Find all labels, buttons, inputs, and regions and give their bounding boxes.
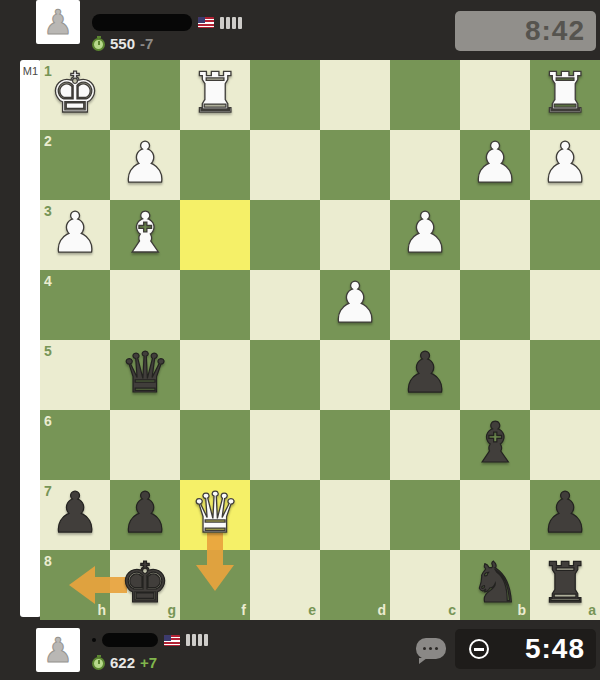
- square-e1[interactable]: [250, 60, 320, 130]
- square-h4[interactable]: 4: [40, 270, 110, 340]
- square-c2[interactable]: [390, 130, 460, 200]
- top-player-clock: 8:42: [455, 11, 596, 51]
- top-player-bar: ♟ 550 -7 8:42: [0, 0, 600, 60]
- piece-white-king[interactable]: ♚: [40, 60, 110, 130]
- piece-black-pawn[interactable]: ♟: [530, 480, 600, 550]
- file-label-c: c: [448, 603, 456, 617]
- bottom-player-clock: 5:48: [455, 629, 596, 669]
- square-e6[interactable]: [250, 410, 320, 480]
- square-a2[interactable]: ♟: [530, 130, 600, 200]
- square-e7[interactable]: [250, 480, 320, 550]
- piece-white-pawn[interactable]: ♟: [460, 130, 530, 200]
- top-player-rating-change: -7: [140, 35, 153, 52]
- square-g8[interactable]: g♚: [110, 550, 180, 620]
- square-e2[interactable]: [250, 130, 320, 200]
- square-h7[interactable]: 7♟: [40, 480, 110, 550]
- piece-white-pawn[interactable]: ♟: [530, 130, 600, 200]
- piece-white-bishop[interactable]: ♝: [110, 200, 180, 270]
- bottom-player-rating: 622: [110, 654, 135, 671]
- square-h1[interactable]: 1♚: [40, 60, 110, 130]
- chat-icon[interactable]: [416, 638, 446, 659]
- square-b7[interactable]: [460, 480, 530, 550]
- piece-white-pawn[interactable]: ♟: [320, 270, 390, 340]
- square-h2[interactable]: 2: [40, 130, 110, 200]
- square-d4[interactable]: ♟: [320, 270, 390, 340]
- square-d3[interactable]: [320, 200, 390, 270]
- pawn-avatar-icon: ♟: [43, 0, 73, 44]
- square-f3[interactable]: [180, 200, 250, 270]
- move-list-strip[interactable]: M1: [20, 60, 41, 617]
- square-d2[interactable]: [320, 130, 390, 200]
- file-label-e: e: [308, 603, 316, 617]
- square-f4[interactable]: [180, 270, 250, 340]
- top-player-name-redacted: [92, 14, 192, 31]
- square-b6[interactable]: ♝: [460, 410, 530, 480]
- top-player-rating: 550: [110, 35, 135, 52]
- rank-label-4: 4: [44, 274, 52, 288]
- square-g3[interactable]: ♝: [110, 200, 180, 270]
- square-c1[interactable]: [390, 60, 460, 130]
- file-label-d: d: [377, 603, 386, 617]
- square-c8[interactable]: c: [390, 550, 460, 620]
- square-d8[interactable]: d: [320, 550, 390, 620]
- bottom-player-name-redacted: [102, 633, 158, 647]
- square-a6[interactable]: [530, 410, 600, 480]
- square-c4[interactable]: [390, 270, 460, 340]
- square-f7[interactable]: ♛: [180, 480, 250, 550]
- bottom-player-rating-change: +7: [140, 654, 157, 671]
- square-c5[interactable]: ♟: [390, 340, 460, 410]
- piece-white-queen[interactable]: ♛: [180, 480, 250, 550]
- piece-black-queen[interactable]: ♛: [110, 340, 180, 410]
- connection-bars-icon: [186, 634, 208, 646]
- square-a5[interactable]: [530, 340, 600, 410]
- square-a3[interactable]: [530, 200, 600, 270]
- bottom-player-name-row: [92, 633, 208, 647]
- square-e3[interactable]: [250, 200, 320, 270]
- piece-white-rook[interactable]: ♜: [530, 60, 600, 130]
- piece-white-pawn[interactable]: ♟: [110, 130, 180, 200]
- square-e4[interactable]: [250, 270, 320, 340]
- piece-white-rook[interactable]: ♜: [180, 60, 250, 130]
- bottom-player-name-redacted-dot: [92, 638, 96, 642]
- square-d7[interactable]: [320, 480, 390, 550]
- board[interactable]: 1♚♜♜2♟♟♟3♟♝♟4♟5♛♟6♝7♟♟♛♟8hg♚fedcb♞a♜: [40, 60, 600, 620]
- square-d1[interactable]: [320, 60, 390, 130]
- piece-black-knight[interactable]: ♞: [460, 550, 530, 620]
- square-e5[interactable]: [250, 340, 320, 410]
- top-player-rating-row: 550 -7: [92, 35, 153, 52]
- rank-label-2: 2: [44, 134, 52, 148]
- us-flag-icon: [198, 17, 214, 28]
- square-f2[interactable]: [180, 130, 250, 200]
- square-b8[interactable]: b♞: [460, 550, 530, 620]
- piece-white-pawn[interactable]: ♟: [390, 200, 460, 270]
- square-b3[interactable]: [460, 200, 530, 270]
- file-label-f: f: [241, 603, 246, 617]
- square-g6[interactable]: [110, 410, 180, 480]
- square-f1[interactable]: ♜: [180, 60, 250, 130]
- square-a4[interactable]: [530, 270, 600, 340]
- connection-bars-icon: [220, 17, 242, 29]
- square-d5[interactable]: [320, 340, 390, 410]
- square-b4[interactable]: [460, 270, 530, 340]
- square-g2[interactable]: ♟: [110, 130, 180, 200]
- pawn-avatar-icon: ♟: [43, 628, 73, 672]
- timer-icon: [92, 38, 105, 51]
- piece-black-king[interactable]: ♚: [110, 550, 180, 620]
- square-d6[interactable]: [320, 410, 390, 480]
- rank-label-8: 8: [44, 554, 52, 568]
- top-player-name-row: [92, 14, 242, 31]
- piece-black-pawn[interactable]: ♟: [40, 480, 110, 550]
- square-f8[interactable]: f: [180, 550, 250, 620]
- piece-black-rook[interactable]: ♜: [530, 550, 600, 620]
- file-label-h: h: [97, 603, 106, 617]
- square-a8[interactable]: a♜: [530, 550, 600, 620]
- square-b1[interactable]: [460, 60, 530, 130]
- square-h8[interactable]: 8h: [40, 550, 110, 620]
- square-g5[interactable]: ♛: [110, 340, 180, 410]
- square-b5[interactable]: [460, 340, 530, 410]
- move-number-label: M1: [20, 65, 41, 77]
- square-a7[interactable]: ♟: [530, 480, 600, 550]
- timer-icon: [92, 657, 105, 670]
- rank-label-6: 6: [44, 414, 52, 428]
- piece-black-pawn[interactable]: ♟: [110, 480, 180, 550]
- square-g4[interactable]: [110, 270, 180, 340]
- piece-black-bishop[interactable]: ♝: [460, 410, 530, 480]
- square-h3[interactable]: 3♟: [40, 200, 110, 270]
- bottom-player-bar: ♟ 622 +7 5:48: [0, 620, 600, 680]
- piece-black-pawn[interactable]: ♟: [390, 340, 460, 410]
- minus-circle-icon[interactable]: [469, 639, 489, 659]
- rank-label-5: 5: [44, 344, 52, 358]
- us-flag-icon: [164, 635, 180, 646]
- bottom-player-clock-time: 5:48: [525, 633, 585, 664]
- square-f6[interactable]: [180, 410, 250, 480]
- square-b2[interactable]: ♟: [460, 130, 530, 200]
- square-c3[interactable]: ♟: [390, 200, 460, 270]
- top-player-avatar[interactable]: ♟: [36, 0, 80, 44]
- square-a1[interactable]: ♜: [530, 60, 600, 130]
- square-f5[interactable]: [180, 340, 250, 410]
- piece-white-pawn[interactable]: ♟: [40, 200, 110, 270]
- square-g7[interactable]: ♟: [110, 480, 180, 550]
- square-e8[interactable]: e: [250, 550, 320, 620]
- square-h6[interactable]: 6: [40, 410, 110, 480]
- square-g1[interactable]: [110, 60, 180, 130]
- bottom-player-rating-row: 622 +7: [92, 654, 157, 671]
- bottom-player-avatar[interactable]: ♟: [36, 628, 80, 672]
- square-c7[interactable]: [390, 480, 460, 550]
- square-h5[interactable]: 5: [40, 340, 110, 410]
- square-c6[interactable]: [390, 410, 460, 480]
